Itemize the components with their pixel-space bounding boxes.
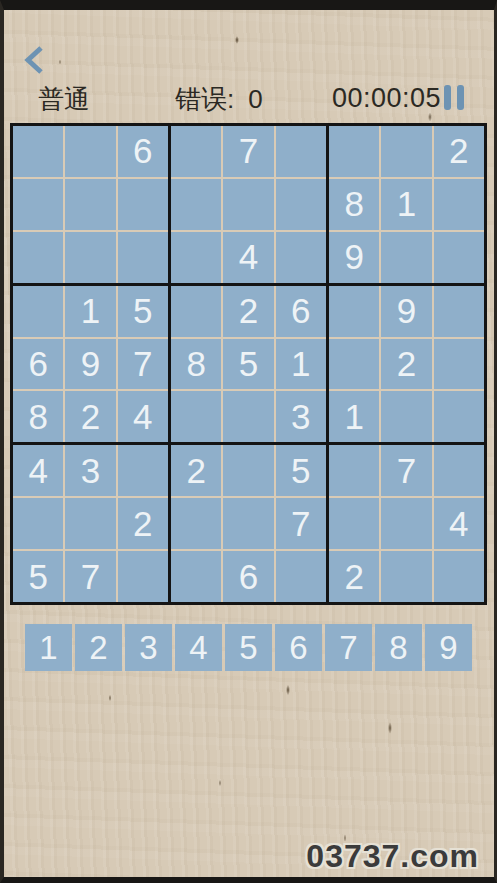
cell-r5c7[interactable] [329,339,379,390]
cell-r7c5[interactable] [223,445,273,496]
cell-r4c7[interactable] [329,286,379,337]
error-counter: 错误:0 [175,82,263,117]
pause-icon [444,85,451,110]
cell-r8c6[interactable]: 7 [276,498,326,549]
cell-r1c8[interactable] [381,126,431,177]
numpad-button-2[interactable]: 2 [75,624,122,671]
cell-r3c3[interactable] [118,232,168,283]
cell-r8c9[interactable]: 4 [434,498,484,549]
cell-r9c7[interactable]: 2 [329,551,379,602]
cell-r8c3[interactable]: 2 [118,498,168,549]
cell-r4c9[interactable] [434,286,484,337]
block-6: 921 [329,286,484,443]
watermark: 03737.com [306,838,479,875]
numpad-button-4[interactable]: 4 [175,624,222,671]
cell-r5c6[interactable]: 1 [276,339,326,390]
cell-r9c3[interactable] [118,551,168,602]
pause-icon [457,85,464,110]
cell-r3c9[interactable] [434,232,484,283]
cell-r6c5[interactable] [223,391,273,442]
cell-r2c4[interactable] [171,179,221,230]
timer-display: 00:00:05 [332,83,441,114]
cell-r8c7[interactable] [329,498,379,549]
cell-r1c5[interactable]: 7 [223,126,273,177]
errors-value: 0 [248,84,262,114]
cell-r1c7[interactable] [329,126,379,177]
cell-r7c2[interactable]: 3 [65,445,115,496]
cell-r3c6[interactable] [276,232,326,283]
cell-r2c5[interactable] [223,179,273,230]
cell-r1c4[interactable] [171,126,221,177]
cell-r4c3[interactable]: 5 [118,286,168,337]
block-5: 268513 [171,286,326,443]
cell-r4c4[interactable] [171,286,221,337]
cell-r6c8[interactable] [381,391,431,442]
cell-r1c3[interactable]: 6 [118,126,168,177]
cell-r8c8[interactable] [381,498,431,549]
cell-r4c5[interactable]: 2 [223,286,273,337]
cell-r1c9[interactable]: 2 [434,126,484,177]
cell-r9c2[interactable]: 7 [65,551,115,602]
cell-r7c3[interactable] [118,445,168,496]
cell-r4c2[interactable]: 1 [65,286,115,337]
cell-r4c8[interactable]: 9 [381,286,431,337]
cell-r5c5[interactable]: 5 [223,339,273,390]
cell-r8c1[interactable] [13,498,63,549]
cell-r6c4[interactable] [171,391,221,442]
block-7: 43257 [13,445,168,602]
cell-r9c8[interactable] [381,551,431,602]
cell-r5c2[interactable]: 9 [65,339,115,390]
cell-r9c9[interactable] [434,551,484,602]
cell-r1c6[interactable] [276,126,326,177]
cell-r5c4[interactable]: 8 [171,339,221,390]
block-8: 2576 [171,445,326,602]
cell-r2c2[interactable] [65,179,115,230]
numpad-button-6[interactable]: 6 [275,624,322,671]
numpad-button-9[interactable]: 9 [425,624,472,671]
cell-r3c8[interactable] [381,232,431,283]
cell-r7c6[interactable]: 5 [276,445,326,496]
numpad-button-3[interactable]: 3 [125,624,172,671]
cell-r7c9[interactable] [434,445,484,496]
cell-r5c9[interactable] [434,339,484,390]
cell-r4c1[interactable] [13,286,63,337]
cell-r8c2[interactable] [65,498,115,549]
numpad-button-5[interactable]: 5 [225,624,272,671]
sudoku-board: 674281915697824268513921432572576742 [10,123,487,605]
cell-r6c1[interactable]: 8 [13,391,63,442]
cell-r2c6[interactable] [276,179,326,230]
cell-r2c3[interactable] [118,179,168,230]
cell-r1c1[interactable] [13,126,63,177]
cell-r5c3[interactable]: 7 [118,339,168,390]
numpad-button-7[interactable]: 7 [325,624,372,671]
cell-r8c4[interactable] [171,498,221,549]
errors-label: 错误: [175,84,234,114]
cell-r5c8[interactable]: 2 [381,339,431,390]
cell-r9c4[interactable] [171,551,221,602]
cell-r7c4[interactable]: 2 [171,445,221,496]
cell-r1c2[interactable] [65,126,115,177]
cell-r9c1[interactable]: 5 [13,551,63,602]
pause-button[interactable] [444,85,468,111]
cell-r3c2[interactable] [65,232,115,283]
cell-r3c5[interactable]: 4 [223,232,273,283]
block-3: 2819 [329,126,484,283]
cell-r3c7[interactable]: 9 [329,232,379,283]
numpad-button-8[interactable]: 8 [375,624,422,671]
block-2: 74 [171,126,326,283]
chevron-left-icon [20,42,50,78]
cell-r2c9[interactable] [434,179,484,230]
paper-background: 普通 错误:0 00:00:05 67428191569782426851392… [0,0,497,883]
cell-r2c1[interactable] [13,179,63,230]
cell-r6c7[interactable]: 1 [329,391,379,442]
cell-r3c4[interactable] [171,232,221,283]
cell-r3c1[interactable] [13,232,63,283]
cell-r6c3[interactable]: 4 [118,391,168,442]
cell-r9c5[interactable]: 6 [223,551,273,602]
cell-r6c2[interactable]: 2 [65,391,115,442]
header-bar: 普通 错误:0 00:00:05 [0,82,497,118]
cell-r7c1[interactable]: 4 [13,445,63,496]
back-button[interactable] [20,42,50,78]
block-9: 742 [329,445,484,602]
cell-r2c7[interactable]: 8 [329,179,379,230]
cell-r6c6[interactable]: 3 [276,391,326,442]
cell-r2c8[interactable]: 1 [381,179,431,230]
cell-r7c7[interactable] [329,445,379,496]
number-pad: 123456789 [0,624,497,671]
block-1: 6 [13,126,168,283]
numpad-button-1[interactable]: 1 [25,624,72,671]
cell-r9c6[interactable] [276,551,326,602]
cell-r6c9[interactable] [434,391,484,442]
cell-r8c5[interactable] [223,498,273,549]
cell-r5c1[interactable]: 6 [13,339,63,390]
difficulty-label: 普通 [38,82,90,117]
cell-r7c8[interactable]: 7 [381,445,431,496]
block-4: 15697824 [13,286,168,443]
cell-r4c6[interactable]: 6 [276,286,326,337]
